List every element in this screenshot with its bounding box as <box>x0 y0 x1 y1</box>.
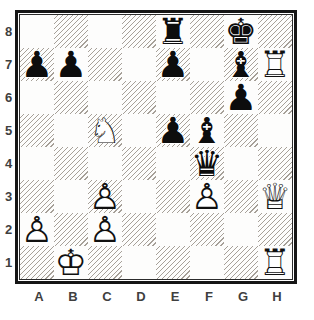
file-label-f: F <box>192 289 226 304</box>
rank-label-5: 5 <box>2 114 15 147</box>
file-label-c: C <box>90 289 124 304</box>
square-e1[interactable] <box>156 246 190 279</box>
square-b6[interactable] <box>54 81 88 114</box>
square-b7[interactable]: ♟ <box>54 48 88 81</box>
square-e4[interactable] <box>156 147 190 180</box>
square-d5[interactable] <box>122 114 156 147</box>
square-e5[interactable]: ♟ <box>156 114 190 147</box>
square-f7[interactable] <box>190 48 224 81</box>
rank-label-6: 6 <box>2 81 15 114</box>
file-label-d: D <box>124 289 158 304</box>
piece-black-pawn: ♟ <box>156 114 190 147</box>
piece-black-pawn: ♟ <box>156 48 190 81</box>
square-h5[interactable] <box>258 114 292 147</box>
square-d3[interactable] <box>122 180 156 213</box>
square-a7[interactable]: ♟ <box>20 48 54 81</box>
piece-white-queen: ♛♕ <box>258 180 292 213</box>
chess-board: ♜♚♟♟♟♝♜♖♟♞♘♟♝♛♟♙♟♙♛♕♟♙♟♙♚♔♜♖ <box>20 15 292 279</box>
square-h7[interactable]: ♜♖ <box>258 48 292 81</box>
square-c8[interactable] <box>88 15 122 48</box>
square-d1[interactable] <box>122 246 156 279</box>
square-a2[interactable]: ♟♙ <box>20 213 54 246</box>
square-c7[interactable] <box>88 48 122 81</box>
rank-label-4: 4 <box>2 147 15 180</box>
piece-white-knight: ♞♘ <box>88 114 122 147</box>
square-g6[interactable]: ♟ <box>224 81 258 114</box>
file-label-h: H <box>260 289 294 304</box>
square-b3[interactable] <box>54 180 88 213</box>
square-e7[interactable]: ♟ <box>156 48 190 81</box>
square-f2[interactable] <box>190 213 224 246</box>
square-h6[interactable] <box>258 81 292 114</box>
square-d7[interactable] <box>122 48 156 81</box>
square-g3[interactable] <box>224 180 258 213</box>
file-label-g: G <box>226 289 260 304</box>
file-label-e: E <box>158 289 192 304</box>
square-a5[interactable] <box>20 114 54 147</box>
rank-label-2: 2 <box>2 213 15 246</box>
piece-white-king: ♚♔ <box>54 246 88 279</box>
file-labels: A B C D E F G H <box>22 289 314 304</box>
piece-black-pawn: ♟ <box>20 48 54 81</box>
square-e3[interactable] <box>156 180 190 213</box>
square-c2[interactable]: ♟♙ <box>88 213 122 246</box>
file-label-a: A <box>22 289 56 304</box>
square-d2[interactable] <box>122 213 156 246</box>
piece-white-pawn: ♟♙ <box>88 213 122 246</box>
square-h3[interactable]: ♛♕ <box>258 180 292 213</box>
file-label-b: B <box>56 289 90 304</box>
piece-white-pawn: ♟♙ <box>190 180 224 213</box>
square-d4[interactable] <box>122 147 156 180</box>
square-b5[interactable] <box>54 114 88 147</box>
square-h1[interactable]: ♜♖ <box>258 246 292 279</box>
square-f1[interactable] <box>190 246 224 279</box>
square-d8[interactable] <box>122 15 156 48</box>
piece-black-pawn: ♟ <box>54 48 88 81</box>
square-a1[interactable] <box>20 246 54 279</box>
rank-labels: 8 7 6 5 4 3 2 1 <box>2 15 15 279</box>
square-g1[interactable] <box>224 246 258 279</box>
board-frame: ♜♚♟♟♟♝♜♖♟♞♘♟♝♛♟♙♟♙♛♕♟♙♟♙♚♔♜♖ <box>15 10 297 284</box>
square-a6[interactable] <box>20 81 54 114</box>
square-f3[interactable]: ♟♙ <box>190 180 224 213</box>
chess-diagram: 8 7 6 5 4 3 2 1 ♜♚♟♟♟♝♜♖♟♞♘♟♝♛♟♙♟♙♛♕♟♙♟♙… <box>0 0 314 320</box>
square-g2[interactable] <box>224 213 258 246</box>
rank-label-1: 1 <box>2 246 15 279</box>
square-a4[interactable] <box>20 147 54 180</box>
piece-white-rook: ♜♖ <box>258 246 292 279</box>
square-g4[interactable] <box>224 147 258 180</box>
piece-white-rook: ♜♖ <box>258 48 292 81</box>
square-c1[interactable] <box>88 246 122 279</box>
piece-white-pawn: ♟♙ <box>20 213 54 246</box>
rank-label-3: 3 <box>2 180 15 213</box>
square-d6[interactable] <box>122 81 156 114</box>
square-f8[interactable] <box>190 15 224 48</box>
square-b1[interactable]: ♚♔ <box>54 246 88 279</box>
rank-label-7: 7 <box>2 48 15 81</box>
piece-black-pawn: ♟ <box>224 81 258 114</box>
square-b4[interactable] <box>54 147 88 180</box>
rank-label-8: 8 <box>2 15 15 48</box>
square-g5[interactable] <box>224 114 258 147</box>
square-e2[interactable] <box>156 213 190 246</box>
square-c5[interactable]: ♞♘ <box>88 114 122 147</box>
